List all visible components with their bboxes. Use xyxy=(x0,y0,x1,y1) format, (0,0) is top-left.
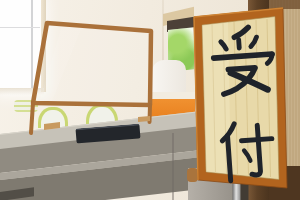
partition-left-foot xyxy=(44,122,60,130)
sign-assembly: 受 付 xyxy=(180,0,300,200)
reception-photo: 受 付 xyxy=(0,0,300,200)
partition-right-foot xyxy=(138,116,150,122)
wall-top-dark xyxy=(269,0,300,9)
acrylic-partition xyxy=(20,12,200,152)
partition-left-leg xyxy=(31,103,33,133)
sign-character-1-text: 受 xyxy=(211,17,275,91)
reception-sign: 受 付 xyxy=(194,8,287,188)
sign-character-2-text: 付 xyxy=(215,114,276,184)
wood-object-below-sign xyxy=(187,168,198,182)
